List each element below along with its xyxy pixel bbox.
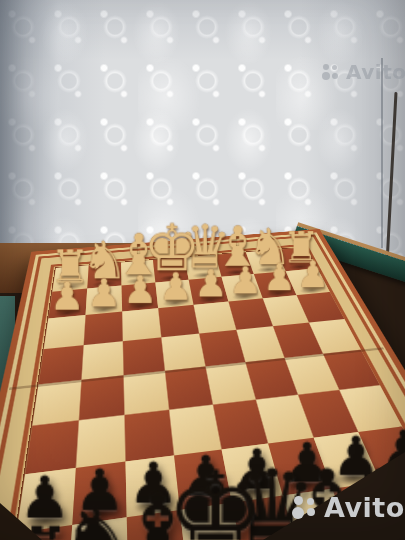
avito-logo-icon — [292, 495, 318, 521]
square — [32, 380, 81, 426]
square: ♟ — [86, 286, 123, 315]
square — [297, 292, 345, 322]
white-pawn: ♟ — [87, 274, 122, 313]
square — [165, 366, 213, 409]
photo-scene: ♜♞♝♚♛♝♞♜♟♟♟♟♟♟♟♟♟♟♟♟♟♟♟♟♜♞♝♚♛♝♞♜ Avito A… — [0, 0, 405, 540]
white-pawn: ♟ — [229, 262, 262, 299]
square: ♟ — [48, 289, 87, 319]
square — [39, 345, 84, 384]
square — [158, 305, 199, 337]
wall-corner-line — [381, 58, 383, 248]
avito-watermark-top: Avito — [322, 60, 405, 84]
square: ♞ — [68, 517, 128, 540]
square — [79, 375, 125, 420]
avito-watermark-bottom: Avito — [292, 492, 405, 523]
white-pawn: ♟ — [296, 256, 329, 293]
square — [124, 371, 170, 415]
avito-watermark-text: Avito — [346, 60, 405, 84]
white-pawn: ♟ — [263, 259, 296, 296]
square: ♟ — [155, 280, 193, 309]
square — [122, 308, 161, 341]
white-pawn: ♟ — [194, 265, 228, 303]
white-pawn: ♟ — [123, 271, 157, 309]
white-pawn: ♟ — [159, 268, 193, 306]
square — [81, 341, 123, 380]
white-pawn: ♟ — [50, 277, 85, 316]
avito-logo-icon — [322, 63, 340, 81]
square: ♟ — [189, 277, 229, 305]
square — [123, 337, 165, 375]
square — [161, 334, 205, 371]
square — [84, 312, 123, 346]
square: ♟ — [122, 283, 159, 312]
square — [44, 315, 86, 349]
avito-watermark-text: Avito — [324, 492, 405, 523]
